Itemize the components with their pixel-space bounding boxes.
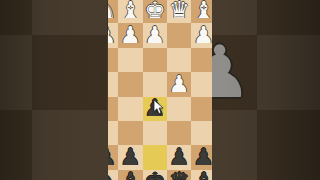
- square-c4[interactable]: [191, 72, 212, 96]
- square-g4[interactable]: [108, 72, 118, 96]
- piece-white-b-f1[interactable]: ♝: [120, 0, 141, 22]
- piece-white-p-e2[interactable]: ♟: [144, 23, 165, 46]
- square-g8[interactable]: ♞: [108, 170, 118, 180]
- square-f3: [32, 0, 107, 35]
- square-e6[interactable]: [143, 121, 167, 145]
- square-d4[interactable]: ♟: [167, 72, 191, 96]
- piece-black-b-c8[interactable]: ♝: [193, 170, 212, 180]
- piece-white-b-c1[interactable]: ♝: [193, 0, 212, 22]
- piece-black-b-f8[interactable]: ♝: [120, 170, 141, 180]
- piece-black-p-f7[interactable]: ♟: [120, 145, 141, 168]
- piece-black-p-d7[interactable]: ♟: [169, 145, 190, 168]
- square-g3[interactable]: [108, 48, 118, 72]
- square-c5[interactable]: [191, 97, 212, 121]
- square-c4: [257, 35, 320, 110]
- square-d5[interactable]: [167, 97, 191, 121]
- square-c5: [257, 110, 320, 180]
- piece-white-p-g2[interactable]: ♟: [108, 23, 117, 46]
- square-g2[interactable]: ♟: [108, 23, 118, 47]
- square-g3: [0, 0, 32, 35]
- square-d2[interactable]: [167, 23, 191, 47]
- square-f5: [32, 110, 107, 180]
- piece-white-p-f2[interactable]: ♟: [120, 23, 141, 46]
- piece-white-q-d1[interactable]: ♛: [169, 0, 190, 22]
- piece-black-q-d8[interactable]: ♛: [169, 170, 190, 180]
- square-d1[interactable]: ♛: [167, 0, 191, 23]
- square-e2[interactable]: ♟: [143, 23, 167, 47]
- square-f3[interactable]: [118, 48, 142, 72]
- piece-white-p-c2[interactable]: ♟: [193, 23, 212, 46]
- chess-board[interactable]: ♜♞♝♚♛♝♞♜♟♟♟♟♟♟♟♟♟♟♟♟♟♟♟♟♜♞♝♚♛♝♞♜: [108, 0, 212, 180]
- square-e3[interactable]: [143, 48, 167, 72]
- piece-white-k-e1[interactable]: ♚: [144, 0, 165, 22]
- square-e8[interactable]: ♚: [143, 170, 167, 180]
- square-g5: [0, 110, 32, 180]
- piece-black-p-c7[interactable]: ♟: [193, 145, 212, 168]
- square-c8[interactable]: ♝: [191, 170, 212, 180]
- square-e5[interactable]: ♟: [143, 97, 167, 121]
- square-f4: [32, 35, 107, 110]
- square-c3: [257, 0, 320, 35]
- square-c3[interactable]: [191, 48, 212, 72]
- piece-black-n-g8[interactable]: ♞: [108, 170, 117, 180]
- video-frame: ♜♞♝♚♛♝♞♜♟♟♟♟♟♟♟♟♟♟♟♟♟♟♟♟♜♞♝♚♛♝♞♜ ♜♞♝♚♛♝♞…: [0, 0, 320, 180]
- square-f5[interactable]: [118, 97, 142, 121]
- video-strip: ♜♞♝♚♛♝♞♜♟♟♟♟♟♟♟♟♟♟♟♟♟♟♟♟♜♞♝♚♛♝♞♜: [108, 0, 212, 180]
- square-f4[interactable]: [118, 72, 142, 96]
- piece-white-p-d4[interactable]: ♟: [169, 72, 190, 95]
- square-f2[interactable]: ♟: [118, 23, 142, 47]
- square-g5[interactable]: [108, 97, 118, 121]
- piece-black-p-e5[interactable]: ♟: [144, 97, 165, 120]
- piece-black-k-e8[interactable]: ♚: [144, 170, 165, 180]
- square-g4: [0, 35, 32, 110]
- square-f8[interactable]: ♝: [118, 170, 142, 180]
- square-c2[interactable]: ♟: [191, 23, 212, 47]
- square-d8[interactable]: ♛: [167, 170, 191, 180]
- piece-black-p-g7[interactable]: ♟: [108, 145, 117, 168]
- piece-white-n-g1[interactable]: ♞: [108, 0, 117, 22]
